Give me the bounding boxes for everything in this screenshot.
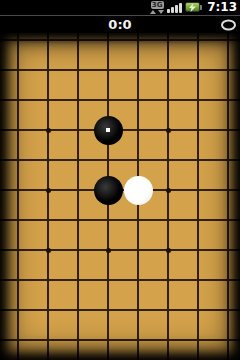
battery-charging-icon <box>185 2 202 12</box>
board-grid-hline <box>0 279 240 281</box>
star-point <box>46 188 51 193</box>
black-stone <box>94 176 123 205</box>
board-grid-hline <box>0 39 240 41</box>
app-screen: 3G 7:13 0:0 <box>0 0 240 360</box>
star-point <box>46 128 51 133</box>
star-point <box>166 128 171 133</box>
board-grid-hline <box>0 219 240 221</box>
white-stone-oval-icon[interactable] <box>221 19 236 30</box>
signal-bar <box>175 5 178 13</box>
3g-data-icon: 3G <box>150 1 164 14</box>
board-grid-hline <box>0 99 240 101</box>
board-grid-hline <box>0 69 240 71</box>
board-grid-hline <box>0 249 240 251</box>
black-stone <box>94 116 123 145</box>
clock: 7:13 <box>207 0 237 14</box>
white-stone <box>124 176 153 205</box>
star-point <box>166 188 171 193</box>
title-bar: 0:0 <box>0 16 240 33</box>
board-grid-hline <box>0 159 240 161</box>
signal-bar <box>167 9 170 13</box>
last-move-marker <box>106 128 110 132</box>
3g-label: 3G <box>151 1 164 9</box>
star-point <box>106 248 111 253</box>
signal-strength-icon <box>167 1 182 13</box>
board-grid-hline <box>0 309 240 311</box>
star-point <box>46 248 51 253</box>
signal-bar <box>179 3 182 13</box>
signal-bar <box>171 7 174 13</box>
board[interactable] <box>0 33 240 360</box>
status-bar: 3G 7:13 <box>0 0 240 16</box>
board-grid-hline <box>0 339 240 341</box>
data-up-arrow-icon <box>150 10 156 14</box>
star-point <box>166 248 171 253</box>
score-label: 0:0 <box>0 16 240 33</box>
lightning-bolt-icon <box>188 3 197 12</box>
data-down-arrow-icon <box>158 10 164 14</box>
